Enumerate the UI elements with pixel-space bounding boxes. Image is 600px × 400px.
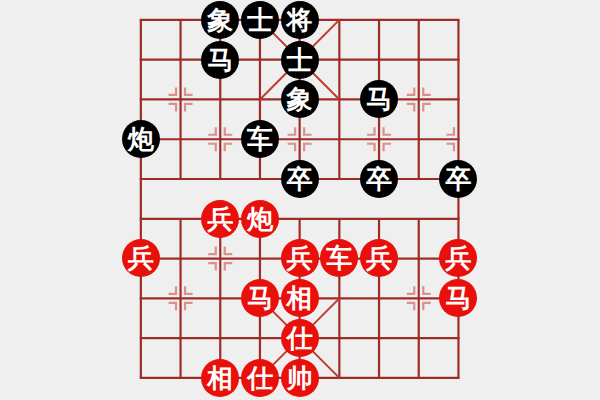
piece-black-advisor[interactable]: 士	[281, 41, 319, 79]
piece-black-soldier[interactable]: 卒	[360, 160, 398, 198]
piece-black-general[interactable]: 将	[281, 1, 319, 39]
piece-black-soldier[interactable]: 卒	[281, 160, 319, 198]
piece-red-soldier[interactable]: 兵	[360, 239, 398, 277]
piece-red-advisor[interactable]: 仕	[241, 359, 279, 397]
piece-red-soldier[interactable]: 兵	[201, 200, 239, 238]
piece-red-soldier[interactable]: 兵	[122, 239, 160, 277]
piece-black-cannon[interactable]: 炮	[122, 120, 160, 158]
piece-red-cannon[interactable]: 炮	[241, 200, 279, 238]
piece-black-advisor[interactable]: 士	[241, 1, 279, 39]
xiangqi-app-background: 象士将马士象马炮车卒卒卒兵炮兵兵车兵兵马相马仕相仕帅	[0, 0, 600, 400]
piece-red-elephant[interactable]: 相	[281, 279, 319, 317]
piece-black-chariot[interactable]: 车	[241, 120, 279, 158]
piece-red-chariot[interactable]: 车	[320, 239, 358, 277]
piece-red-advisor[interactable]: 仕	[281, 319, 319, 357]
piece-black-horse[interactable]: 马	[360, 80, 398, 118]
piece-black-horse[interactable]: 马	[201, 41, 239, 79]
piece-red-horse[interactable]: 马	[241, 279, 279, 317]
piece-red-elephant[interactable]: 相	[201, 359, 239, 397]
piece-red-soldier[interactable]: 兵	[439, 239, 477, 277]
xiangqi-board[interactable]: 象士将马士象马炮车卒卒卒兵炮兵兵车兵兵马相马仕相仕帅	[121, 0, 478, 398]
piece-black-elephant[interactable]: 象	[281, 80, 319, 118]
piece-red-soldier[interactable]: 兵	[281, 239, 319, 277]
piece-black-soldier[interactable]: 卒	[439, 160, 477, 198]
piece-red-horse[interactable]: 马	[439, 279, 477, 317]
piece-black-elephant[interactable]: 象	[201, 1, 239, 39]
piece-red-general[interactable]: 帅	[281, 359, 319, 397]
